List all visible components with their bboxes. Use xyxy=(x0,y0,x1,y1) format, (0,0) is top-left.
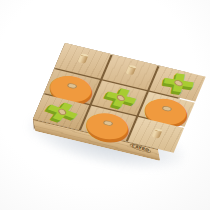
peg xyxy=(151,129,161,138)
product-photo: CAYRO ✖●✖●✖● xyxy=(0,0,210,210)
peg xyxy=(78,55,88,64)
peg xyxy=(125,66,135,75)
cell-r3c2[interactable]: ● xyxy=(81,106,137,141)
o-piece[interactable]: ● xyxy=(81,106,137,141)
